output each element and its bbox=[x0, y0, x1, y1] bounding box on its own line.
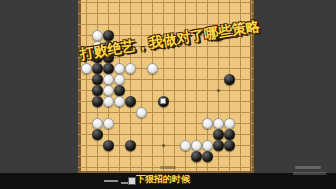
black-stone bbox=[191, 151, 202, 162]
last-move-marker bbox=[160, 98, 166, 104]
black-stone bbox=[213, 129, 224, 140]
white-stone bbox=[92, 30, 103, 41]
white-stone bbox=[191, 140, 202, 151]
black-stone bbox=[224, 140, 235, 151]
white-stone bbox=[136, 107, 147, 118]
black-stone bbox=[224, 74, 235, 85]
black-stone bbox=[125, 96, 136, 107]
board-watermark bbox=[160, 166, 176, 169]
black-stone bbox=[224, 129, 235, 140]
white-stone bbox=[202, 118, 213, 129]
caption-dash-icon bbox=[104, 180, 118, 182]
subtitle-caption: 下狠招的时候 bbox=[136, 173, 190, 186]
white-stone bbox=[103, 85, 114, 96]
watermark-line bbox=[293, 172, 326, 175]
star-point bbox=[217, 89, 220, 92]
black-stone bbox=[125, 140, 136, 151]
white-stone bbox=[213, 118, 224, 129]
black-stone bbox=[92, 63, 103, 74]
black-stone bbox=[92, 85, 103, 96]
white-stone bbox=[224, 118, 235, 129]
black-stone bbox=[114, 85, 125, 96]
white-stone bbox=[114, 74, 125, 85]
white-stone bbox=[180, 140, 191, 151]
white-stone bbox=[125, 63, 136, 74]
white-stone bbox=[202, 140, 213, 151]
black-stone bbox=[103, 63, 114, 74]
black-stone bbox=[92, 129, 103, 140]
black-stone bbox=[213, 140, 224, 151]
black-stone bbox=[92, 74, 103, 85]
white-stone bbox=[114, 96, 125, 107]
black-stone bbox=[103, 140, 114, 151]
star-point bbox=[162, 144, 165, 147]
white-stone bbox=[92, 118, 103, 129]
black-stone bbox=[92, 96, 103, 107]
white-stone bbox=[103, 96, 114, 107]
video-frame: 打败绝艺，我做对了哪些策略 下狠招的时候 bbox=[0, 0, 336, 189]
white-stone bbox=[81, 63, 92, 74]
watermark-line bbox=[295, 166, 321, 169]
black-stone bbox=[103, 30, 114, 41]
white-stone bbox=[114, 63, 125, 74]
white-stone bbox=[147, 63, 158, 74]
black-stone bbox=[202, 151, 213, 162]
black-stone bbox=[158, 96, 169, 107]
caption-cursor-icon bbox=[128, 177, 136, 185]
white-stone bbox=[103, 74, 114, 85]
white-stone bbox=[103, 118, 114, 129]
